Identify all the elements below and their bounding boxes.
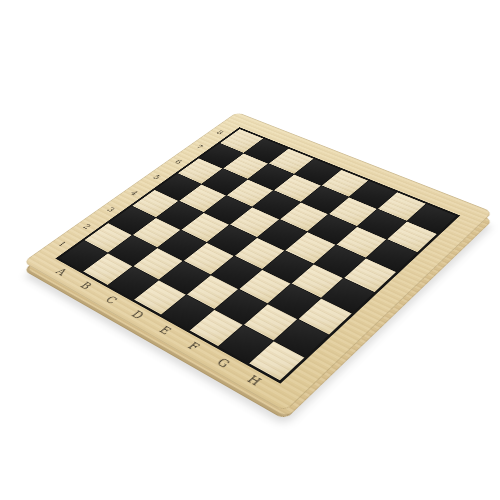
file-label-h: H [245,374,263,387]
product-photo: 12345678ABCDEFGH [0,0,500,500]
rank-label-3: 3 [106,206,117,213]
file-label-a: A [54,267,69,277]
rank-label-2: 2 [81,223,92,230]
rank-label-6: 6 [173,159,184,165]
file-label-g: G [215,357,232,370]
file-label-b: B [79,280,94,290]
rank-label-4: 4 [129,190,140,197]
file-label-f: F [186,340,202,351]
rank-label-1: 1 [57,240,69,247]
chess-board: 12345678ABCDEFGH [23,112,493,412]
playing-area [55,127,460,383]
file-label-e: E [157,324,173,335]
rank-label-5: 5 [151,174,162,181]
rank-label-8: 8 [215,129,225,135]
rank-label-7: 7 [194,144,204,150]
file-label-c: C [104,294,120,305]
file-label-d: D [130,309,146,320]
